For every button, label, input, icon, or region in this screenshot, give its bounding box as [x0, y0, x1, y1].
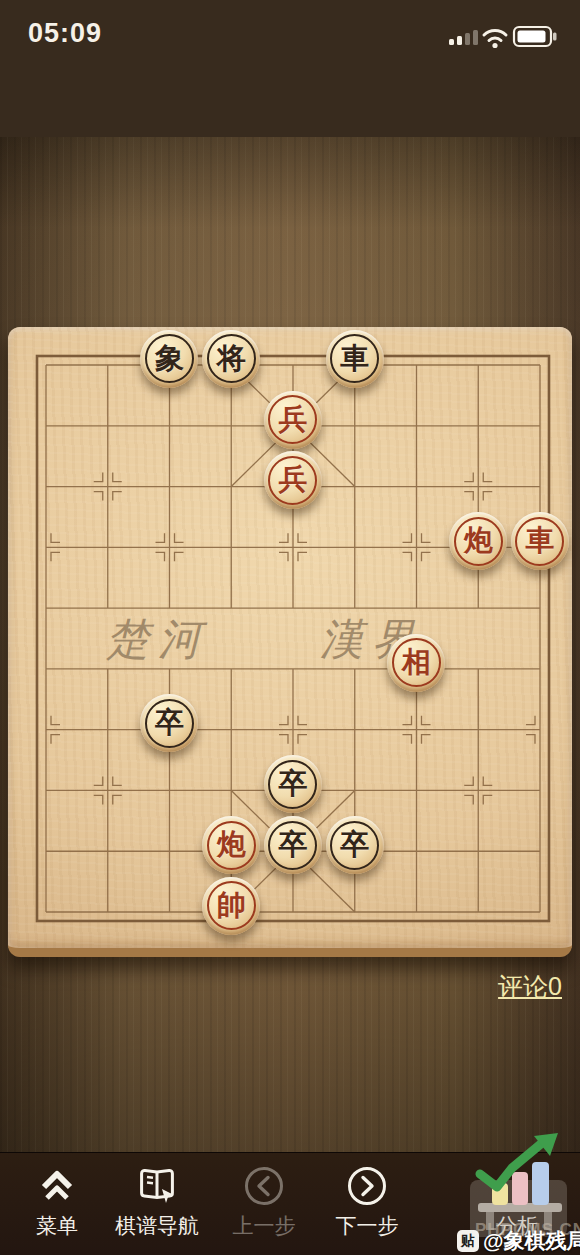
menu-arrows-icon [38, 1168, 76, 1204]
nav-analysis[interactable]: 分析 [457, 1163, 577, 1240]
board-grid[interactable]: 象将車兵兵炮車相卒卒炮卒卒帥 [15, 335, 571, 943]
top-bar: 05:09 [0, 0, 580, 139]
piece-black-pawn[interactable]: 卒 [264, 816, 322, 874]
piece-red-cannon[interactable]: 炮 [202, 816, 260, 874]
nav-next-step-label: 下一步 [307, 1212, 427, 1240]
comments-link[interactable]: 评论0 [498, 970, 562, 1003]
piece-black-pawn[interactable]: 卒 [140, 694, 198, 752]
piece-black-elephant[interactable]: 象 [140, 330, 198, 388]
piece-red-cannon[interactable]: 炮 [449, 512, 507, 570]
piece-red-general[interactable]: 帥 [202, 877, 260, 935]
piece-black-pawn[interactable]: 卒 [326, 816, 384, 874]
nav-prev-step-label: 上一步 [204, 1212, 324, 1240]
status-icons [440, 18, 565, 50]
header: 今晚熬... 创建于2021-0...(0/5) [0, 60, 580, 137]
prev-circle-icon [243, 1165, 285, 1207]
nav-game-record-label: 棋谱导航 [97, 1212, 217, 1240]
app-screen: 05:09 [0, 0, 580, 1255]
book-nav-icon [135, 1165, 179, 1207]
piece-black-general[interactable]: 将 [202, 330, 260, 388]
piece-black-chariot[interactable]: 車 [326, 330, 384, 388]
battery-icon [514, 27, 557, 46]
piece-red-pawn[interactable]: 兵 [264, 391, 322, 449]
cellular-signal-icon [449, 30, 478, 45]
status-time: 05:09 [28, 18, 102, 49]
xiangqi-board[interactable]: 楚河 漢界 象将車兵兵炮車相卒卒炮卒卒帥 [8, 327, 572, 957]
piece-red-pawn[interactable]: 兵 [264, 451, 322, 509]
nav-game-record[interactable]: 棋谱导航 [97, 1163, 217, 1240]
piece-red-chariot[interactable]: 車 [511, 512, 569, 570]
piece-red-elephant[interactable]: 相 [387, 634, 445, 692]
nav-prev-step[interactable]: 上一步 [204, 1163, 324, 1240]
nav-next-step[interactable]: 下一步 [307, 1163, 427, 1240]
nav-analysis-label: 分析 [457, 1212, 577, 1240]
piece-black-pawn[interactable]: 卒 [264, 755, 322, 813]
next-circle-icon [346, 1165, 388, 1207]
bottom-nav: 菜单 棋谱导航 上一步 下一步 [0, 1152, 580, 1255]
status-bar: 05:09 [0, 0, 580, 60]
wifi-icon [484, 30, 506, 48]
